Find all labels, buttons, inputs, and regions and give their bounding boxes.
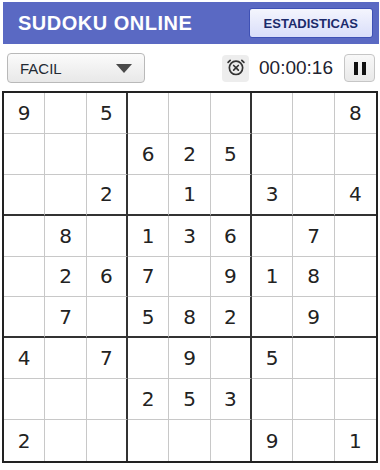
cell-r3c7[interactable]: 3 — [252, 175, 293, 216]
cell-r8c5[interactable]: 5 — [169, 379, 210, 420]
cell-r8c4[interactable]: 2 — [128, 379, 169, 420]
pause-icon — [354, 62, 366, 75]
cell-r6c7[interactable] — [252, 297, 293, 338]
statistics-button[interactable]: ESTADISTICAS — [249, 8, 373, 38]
cell-r9c3[interactable] — [87, 420, 128, 461]
board: 958625213481367267918758294795253291 — [2, 91, 378, 463]
cell-r3c2[interactable] — [45, 175, 86, 216]
cell-r4c8[interactable]: 7 — [293, 216, 334, 257]
cell-r6c2[interactable]: 7 — [45, 297, 86, 338]
cell-r6c5[interactable]: 8 — [169, 297, 210, 338]
pause-button[interactable] — [344, 54, 375, 82]
cell-r9c2[interactable] — [45, 420, 86, 461]
cell-r3c3[interactable]: 2 — [87, 175, 128, 216]
cell-r4c1[interactable] — [4, 216, 45, 257]
cell-r7c4[interactable] — [128, 338, 169, 379]
cell-r7c7[interactable]: 5 — [252, 338, 293, 379]
cell-r9c8[interactable] — [293, 420, 334, 461]
cell-r9c6[interactable] — [211, 420, 252, 461]
cell-r2c4[interactable]: 6 — [128, 134, 169, 175]
cell-r6c3[interactable] — [87, 297, 128, 338]
cell-r1c9[interactable]: 8 — [335, 93, 376, 134]
cell-r5c1[interactable] — [4, 257, 45, 298]
cell-r6c1[interactable] — [4, 297, 45, 338]
cell-r6c4[interactable]: 5 — [128, 297, 169, 338]
cell-r8c2[interactable] — [45, 379, 86, 420]
cell-r7c9[interactable] — [335, 338, 376, 379]
cell-r4c6[interactable]: 6 — [211, 216, 252, 257]
difficulty-selected-value: FACIL — [20, 60, 62, 77]
difficulty-select[interactable]: FACIL — [7, 53, 145, 83]
cell-r9c9[interactable]: 1 — [335, 420, 376, 461]
cell-r1c3[interactable]: 5 — [87, 93, 128, 134]
cell-r7c1[interactable]: 4 — [4, 338, 45, 379]
cell-r7c5[interactable]: 9 — [169, 338, 210, 379]
cell-r5c6[interactable]: 9 — [211, 257, 252, 298]
cell-r6c6[interactable]: 2 — [211, 297, 252, 338]
cell-r3c8[interactable] — [293, 175, 334, 216]
cell-r8c1[interactable] — [4, 379, 45, 420]
cell-r8c3[interactable] — [87, 379, 128, 420]
cell-r2c8[interactable] — [293, 134, 334, 175]
cell-r5c2[interactable]: 2 — [45, 257, 86, 298]
cell-r1c4[interactable] — [128, 93, 169, 134]
cell-r4c3[interactable] — [87, 216, 128, 257]
cell-r3c5[interactable]: 1 — [169, 175, 210, 216]
alarm-clock-x-icon — [226, 57, 246, 80]
cell-r8c7[interactable] — [252, 379, 293, 420]
cell-r1c5[interactable] — [169, 93, 210, 134]
sudoku-app: SUDOKU ONLINE ESTADISTICAS FACIL 00:00:1… — [0, 0, 380, 470]
cell-r9c1[interactable]: 2 — [4, 420, 45, 461]
page-title: SUDOKU ONLINE — [18, 12, 192, 35]
cell-r9c4[interactable] — [128, 420, 169, 461]
cell-r4c7[interactable] — [252, 216, 293, 257]
cell-r5c9[interactable] — [335, 257, 376, 298]
cell-r7c8[interactable] — [293, 338, 334, 379]
cell-r8c9[interactable] — [335, 379, 376, 420]
cell-r4c2[interactable]: 8 — [45, 216, 86, 257]
cell-r7c6[interactable] — [211, 338, 252, 379]
toolbar: FACIL 00:00:16 — [0, 53, 380, 83]
cell-r1c2[interactable] — [45, 93, 86, 134]
cell-r7c3[interactable]: 7 — [87, 338, 128, 379]
cell-r3c9[interactable]: 4 — [335, 175, 376, 216]
cell-r2c1[interactable] — [4, 134, 45, 175]
cell-r1c7[interactable] — [252, 93, 293, 134]
cell-r2c5[interactable]: 2 — [169, 134, 210, 175]
cell-r4c4[interactable]: 1 — [128, 216, 169, 257]
cell-r4c5[interactable]: 3 — [169, 216, 210, 257]
header-bar: SUDOKU ONLINE ESTADISTICAS — [3, 2, 379, 44]
cell-r5c7[interactable]: 1 — [252, 257, 293, 298]
cell-r7c2[interactable] — [45, 338, 86, 379]
cell-r1c6[interactable] — [211, 93, 252, 134]
cell-r6c8[interactable]: 9 — [293, 297, 334, 338]
cell-r9c7[interactable]: 9 — [252, 420, 293, 461]
cell-r1c1[interactable]: 9 — [4, 93, 45, 134]
cell-r1c8[interactable] — [293, 93, 334, 134]
cell-r4c9[interactable] — [335, 216, 376, 257]
cell-r2c3[interactable] — [87, 134, 128, 175]
cell-r5c8[interactable]: 8 — [293, 257, 334, 298]
cell-r8c6[interactable]: 3 — [211, 379, 252, 420]
cell-r9c5[interactable] — [169, 420, 210, 461]
cell-r5c3[interactable]: 6 — [87, 257, 128, 298]
cell-r3c1[interactable] — [4, 175, 45, 216]
cell-r8c8[interactable] — [293, 379, 334, 420]
cell-r2c7[interactable] — [252, 134, 293, 175]
cell-r6c9[interactable] — [335, 297, 376, 338]
cell-r3c6[interactable] — [211, 175, 252, 216]
cell-r2c9[interactable] — [335, 134, 376, 175]
cell-r5c4[interactable]: 7 — [128, 257, 169, 298]
chevron-down-icon — [116, 64, 132, 73]
cell-r5c5[interactable] — [169, 257, 210, 298]
cell-r2c2[interactable] — [45, 134, 86, 175]
hide-timer-button[interactable] — [222, 55, 249, 82]
cell-r3c4[interactable] — [128, 175, 169, 216]
cell-r2c6[interactable]: 5 — [211, 134, 252, 175]
timer-display: 00:00:16 — [257, 57, 335, 79]
